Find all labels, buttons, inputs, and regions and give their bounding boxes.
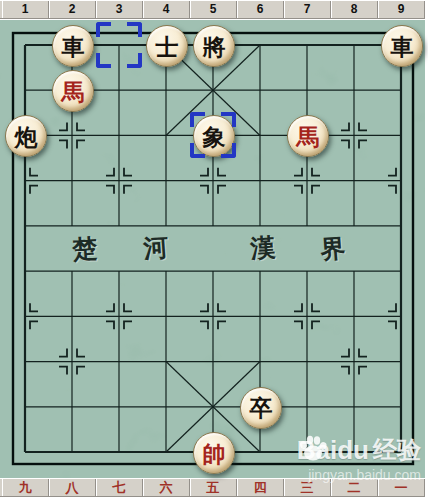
file-label-9: 9 [378, 1, 425, 18]
piece-black-卒[interactable]: 卒 [240, 387, 282, 429]
file-label-cn-6: 四 [237, 479, 284, 496]
file-label-cn-2: 八 [49, 479, 96, 496]
piece-black-士[interactable]: 士 [146, 25, 188, 67]
file-label-4: 4 [143, 1, 190, 18]
file-label-cn-9: 一 [378, 479, 425, 496]
file-label-3: 3 [96, 1, 143, 18]
river-text-han: 漢 [249, 231, 276, 266]
river-text-chu: 楚 [71, 232, 98, 267]
file-labels-top: 123456789 [0, 0, 425, 19]
file-label-7: 7 [284, 1, 331, 18]
file-label-cn-1: 九 [2, 479, 49, 496]
river-text-he: 河 [142, 231, 169, 266]
xiangqi-app: 123456789 楚 河 漢 界 車士將車馬炮象馬卒帥 Bai [0, 0, 428, 500]
river-text-jie: 界 [319, 232, 346, 267]
file-label-cn-8: 二 [331, 479, 378, 496]
file-label-5: 5 [190, 1, 237, 18]
piece-black-車[interactable]: 車 [381, 25, 423, 67]
xiangqi-board[interactable]: 楚 河 漢 界 車士將車馬炮象馬卒帥 Bai du 经验 [0, 20, 425, 478]
piece-black-將[interactable]: 將 [193, 25, 235, 67]
file-label-2: 2 [49, 1, 96, 18]
file-label-cn-7: 三 [284, 479, 331, 496]
file-label-cn-3: 七 [96, 479, 143, 496]
file-label-cn-4: 六 [143, 479, 190, 496]
file-label-cn-5: 五 [190, 479, 237, 496]
piece-red-帥[interactable]: 帥 [193, 432, 235, 474]
piece-black-車[interactable]: 車 [52, 25, 94, 67]
piece-red-馬[interactable]: 馬 [52, 70, 94, 112]
file-label-8: 8 [331, 1, 378, 18]
file-label-1: 1 [2, 1, 49, 18]
file-label-6: 6 [237, 1, 284, 18]
file-labels-bottom: 九八七六五四三二一 [0, 478, 425, 497]
